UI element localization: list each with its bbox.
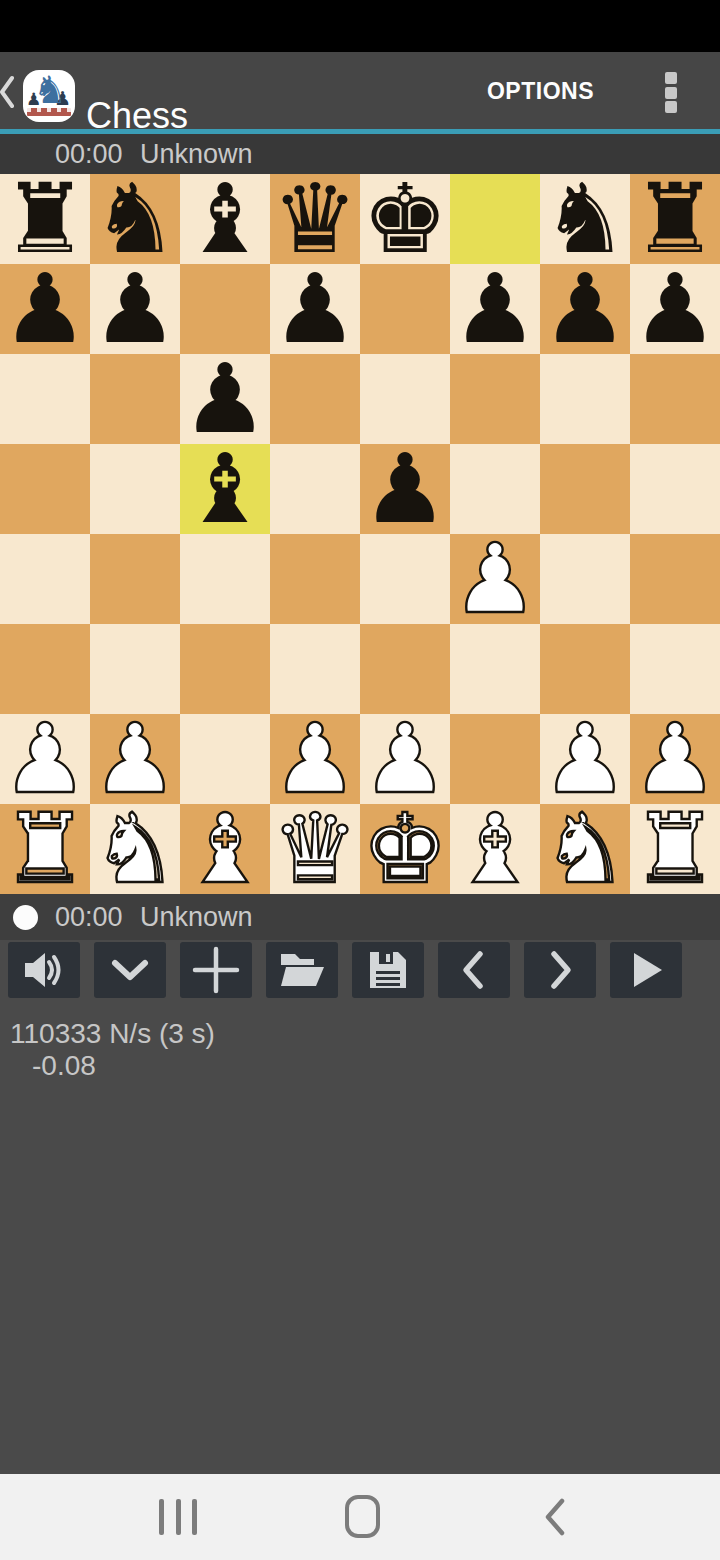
black-pawn: ♟: [92, 264, 178, 354]
black-pawn: ♟: [542, 264, 628, 354]
square-g6[interactable]: [540, 354, 630, 444]
square-b3[interactable]: [90, 624, 180, 714]
square-h3[interactable]: [630, 624, 720, 714]
white-pawn: ♟: [452, 534, 538, 624]
play-button[interactable]: [610, 942, 682, 998]
volume-button[interactable]: [8, 942, 80, 998]
black-knight: ♞: [92, 174, 178, 264]
square-d4[interactable]: [270, 534, 360, 624]
black-knight: ♞: [542, 174, 628, 264]
white-clock-time: 00:00: [55, 902, 140, 933]
chess-board[interactable]: ♜♞♝♛♚♞♜♟♟♟♟♟♟♟♝♟♟♟♟♟♟♟♟♜♞♝♛♚♝♞♜: [0, 174, 720, 894]
engine-eval: -0.08: [10, 1050, 215, 1082]
square-b6[interactable]: [90, 354, 180, 444]
black-clock-row: 00:00 Unknown: [0, 134, 720, 174]
recents-icon[interactable]: [159, 1499, 197, 1535]
square-f7[interactable]: ♟: [450, 264, 540, 354]
white-knight: ♞: [92, 804, 178, 894]
square-b8[interactable]: ♞: [90, 174, 180, 264]
status-bar: [0, 0, 720, 52]
new-game-button[interactable]: [180, 942, 252, 998]
white-pawn: ♟: [542, 714, 628, 804]
square-e7[interactable]: [360, 264, 450, 354]
square-e4[interactable]: [360, 534, 450, 624]
square-h7[interactable]: ♟: [630, 264, 720, 354]
square-g3[interactable]: [540, 624, 630, 714]
square-d3[interactable]: [270, 624, 360, 714]
square-g8[interactable]: ♞: [540, 174, 630, 264]
square-e1[interactable]: ♚: [360, 804, 450, 894]
black-pawn: ♟: [272, 264, 358, 354]
square-e6[interactable]: [360, 354, 450, 444]
white-bishop: ♝: [182, 804, 268, 894]
square-b5[interactable]: [90, 444, 180, 534]
toolbar: [8, 942, 682, 998]
save-icon: [367, 949, 409, 991]
square-c5[interactable]: ♝: [180, 444, 270, 534]
square-b1[interactable]: ♞: [90, 804, 180, 894]
white-to-move-indicator: [13, 905, 38, 930]
square-h6[interactable]: [630, 354, 720, 444]
square-h8[interactable]: ♜: [630, 174, 720, 264]
phone-screen: ♟ ♟ ♞ Chess OPTIONS 00:00 Unknown ♜♞♝♛♚♞…: [0, 0, 720, 1560]
black-bishop: ♝: [182, 444, 268, 534]
chevron-down-icon: [107, 950, 153, 990]
open-folder-icon: [277, 950, 327, 990]
white-pawn: ♟: [272, 714, 358, 804]
square-e8[interactable]: ♚: [360, 174, 450, 264]
square-h5[interactable]: [630, 444, 720, 534]
square-c4[interactable]: [180, 534, 270, 624]
square-c3[interactable]: [180, 624, 270, 714]
black-pawn: ♟: [182, 354, 268, 444]
white-clock-row: 00:00 Unknown: [0, 894, 720, 940]
square-g5[interactable]: [540, 444, 630, 534]
app-logo-icon: ♟ ♟ ♞: [23, 70, 75, 122]
square-a3[interactable]: [0, 624, 90, 714]
square-f5[interactable]: [450, 444, 540, 534]
square-d6[interactable]: [270, 354, 360, 444]
black-bishop: ♝: [182, 174, 268, 264]
next-move-button[interactable]: [524, 942, 596, 998]
square-c7[interactable]: [180, 264, 270, 354]
square-d7[interactable]: ♟: [270, 264, 360, 354]
square-e3[interactable]: [360, 624, 450, 714]
square-g1[interactable]: ♞: [540, 804, 630, 894]
options-menu-button[interactable]: OPTIONS: [481, 52, 600, 131]
logo-board-base: [27, 108, 71, 116]
square-d2[interactable]: ♟: [270, 714, 360, 804]
back-icon[interactable]: [0, 70, 14, 114]
white-pawn: ♟: [92, 714, 178, 804]
previous-move-button[interactable]: [438, 942, 510, 998]
chevron-right-icon: [540, 948, 580, 992]
square-a4[interactable]: [0, 534, 90, 624]
square-a7[interactable]: ♟: [0, 264, 90, 354]
black-pawn: ♟: [632, 264, 718, 354]
square-c2[interactable]: [180, 714, 270, 804]
black-clock-time: 00:00: [55, 139, 140, 170]
play-icon: [626, 948, 666, 992]
white-player-name: Unknown: [140, 902, 253, 933]
engine-speed: 110333 N/s (3 s): [10, 1018, 215, 1050]
black-pawn: ♟: [2, 264, 88, 354]
square-d5[interactable]: [270, 444, 360, 534]
white-king: ♚: [362, 804, 448, 894]
android-nav-bar: [0, 1474, 720, 1560]
chevron-left-icon: [454, 948, 494, 992]
square-f2[interactable]: [450, 714, 540, 804]
save-file-button[interactable]: [352, 942, 424, 998]
square-c1[interactable]: ♝: [180, 804, 270, 894]
square-a1[interactable]: ♜: [0, 804, 90, 894]
square-f8[interactable]: [450, 174, 540, 264]
engine-output: 110333 N/s (3 s) -0.08: [10, 1018, 215, 1082]
square-h2[interactable]: ♟: [630, 714, 720, 804]
square-g7[interactable]: ♟: [540, 264, 630, 354]
black-queen: ♛: [272, 174, 358, 264]
square-h1[interactable]: ♜: [630, 804, 720, 894]
square-e5[interactable]: ♟: [360, 444, 450, 534]
open-file-button[interactable]: [266, 942, 338, 998]
collapse-button[interactable]: [94, 942, 166, 998]
white-rook: ♜: [632, 804, 718, 894]
square-f1[interactable]: ♝: [450, 804, 540, 894]
square-a2[interactable]: ♟: [0, 714, 90, 804]
black-pawn: ♟: [452, 264, 538, 354]
square-b2[interactable]: ♟: [90, 714, 180, 804]
square-d1[interactable]: ♛: [270, 804, 360, 894]
square-c8[interactable]: ♝: [180, 174, 270, 264]
white-rook: ♜: [2, 804, 88, 894]
plus-icon: [192, 946, 240, 994]
white-knight: ♞: [542, 804, 628, 894]
square-a6[interactable]: [0, 354, 90, 444]
black-king: ♚: [362, 174, 448, 264]
black-player-name: Unknown: [140, 139, 253, 170]
square-d8[interactable]: ♛: [270, 174, 360, 264]
black-rook: ♜: [632, 174, 718, 264]
home-icon[interactable]: [345, 1495, 380, 1538]
white-queen: ♛: [272, 804, 358, 894]
square-e2[interactable]: ♟: [360, 714, 450, 804]
square-a8[interactable]: ♜: [0, 174, 90, 264]
black-pawn: ♟: [362, 444, 448, 534]
white-bishop: ♝: [452, 804, 538, 894]
square-h4[interactable]: [630, 534, 720, 624]
square-b4[interactable]: [90, 534, 180, 624]
square-f3[interactable]: [450, 624, 540, 714]
logo-knight-icon: ♞: [33, 70, 67, 112]
white-pawn: ♟: [362, 714, 448, 804]
overflow-menu-icon[interactable]: [665, 72, 679, 113]
nav-back-icon[interactable]: [540, 1497, 570, 1541]
square-a5[interactable]: [0, 444, 90, 534]
square-f6[interactable]: [450, 354, 540, 444]
square-g2[interactable]: ♟: [540, 714, 630, 804]
square-f4[interactable]: ♟: [450, 534, 540, 624]
square-g4[interactable]: [540, 534, 630, 624]
white-pawn: ♟: [2, 714, 88, 804]
app-bar: ♟ ♟ ♞ Chess OPTIONS: [0, 52, 720, 131]
volume-icon: [21, 950, 67, 990]
white-pawn: ♟: [632, 714, 718, 804]
square-c6[interactable]: ♟: [180, 354, 270, 444]
square-b7[interactable]: ♟: [90, 264, 180, 354]
black-rook: ♜: [2, 174, 88, 264]
